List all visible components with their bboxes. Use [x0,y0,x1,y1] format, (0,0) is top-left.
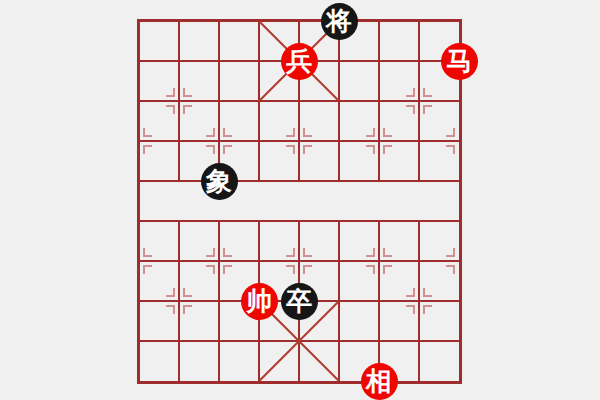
point-marker [303,248,312,257]
point-marker [166,105,175,114]
board-file-line-bottom [418,221,420,381]
board-file-line-bottom [218,221,220,381]
point-marker [206,128,215,137]
point-marker [423,288,432,297]
point-marker [406,88,415,97]
piece-black-elephant[interactable]: 象 [201,163,238,200]
point-marker [366,145,375,154]
point-marker [406,288,415,297]
point-marker [183,88,192,97]
point-marker [303,145,312,154]
point-marker [286,265,295,274]
point-marker [446,128,455,137]
point-marker [206,145,215,154]
point-marker [303,128,312,137]
point-marker [303,265,312,274]
point-marker [223,128,232,137]
point-marker [206,248,215,257]
xiangqi-board[interactable]: 将兵马象帅卒相 [0,0,600,400]
point-marker [423,305,432,314]
point-marker [446,265,455,274]
point-marker [143,128,152,137]
piece-black-general[interactable]: 将 [321,3,358,40]
point-marker [383,128,392,137]
piece-red-horse[interactable]: 马 [441,43,478,80]
point-marker [223,145,232,154]
point-marker [143,265,152,274]
point-marker [183,305,192,314]
board-file-line-top [178,21,180,181]
point-marker [166,305,175,314]
point-marker [423,105,432,114]
point-marker [366,265,375,274]
point-marker [446,248,455,257]
board-file-line-top [378,21,380,181]
point-marker [383,248,392,257]
piece-red-soldier[interactable]: 兵 [281,43,318,80]
point-marker [223,265,232,274]
point-marker [223,248,232,257]
point-marker [143,145,152,154]
point-marker [383,265,392,274]
point-marker [206,265,215,274]
board-file-line-top [218,21,220,181]
point-marker [166,88,175,97]
point-marker [406,105,415,114]
piece-red-elephant[interactable]: 相 [361,363,398,400]
point-marker [406,305,415,314]
point-marker [143,248,152,257]
point-marker [366,248,375,257]
board-file-line-top [418,21,420,181]
xiangqi-app: 将兵马象帅卒相 [0,0,600,400]
board-file-line-bottom [378,221,380,381]
piece-black-soldier[interactable]: 卒 [281,283,318,320]
point-marker [286,128,295,137]
piece-red-general[interactable]: 帅 [241,283,278,320]
point-marker [446,145,455,154]
point-marker [286,248,295,257]
point-marker [183,105,192,114]
point-marker [166,288,175,297]
point-marker [423,88,432,97]
point-marker [366,128,375,137]
point-marker [286,145,295,154]
board-file-line-bottom [178,221,180,381]
point-marker [183,288,192,297]
point-marker [383,145,392,154]
